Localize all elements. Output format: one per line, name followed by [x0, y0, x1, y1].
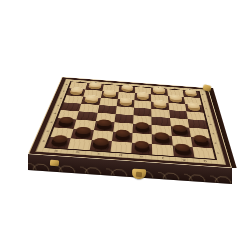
dark-checker	[96, 122, 111, 130]
dark-checker	[50, 138, 68, 147]
product-photo: abcdefgh abcdefgh 87654321 87654321	[0, 0, 250, 250]
square-g1	[172, 145, 194, 157]
board-grid	[47, 82, 215, 159]
dark-checker	[92, 141, 108, 150]
light-checker	[187, 105, 201, 111]
dark-checker	[175, 147, 191, 156]
dark-checker	[57, 120, 73, 128]
square-b1	[68, 138, 92, 150]
light-checker	[103, 92, 116, 98]
light-checker	[170, 97, 183, 103]
square-f1	[152, 144, 173, 156]
checkers-board: abcdefgh abcdefgh 87654321 87654321	[28, 77, 232, 168]
light-checker	[69, 89, 83, 95]
light-checker	[154, 103, 167, 109]
brass-clasp-left	[50, 160, 59, 167]
light-checker	[84, 97, 98, 103]
dark-checker	[74, 130, 90, 138]
dark-checker	[135, 125, 149, 133]
square-c1	[89, 140, 112, 152]
square-e1	[131, 143, 152, 155]
dark-checker	[134, 144, 149, 153]
light-checker	[137, 94, 149, 100]
dark-checker	[115, 133, 130, 141]
light-checker	[119, 100, 132, 106]
dark-checker	[193, 138, 209, 146]
square-d1	[110, 141, 132, 153]
dark-checker	[155, 136, 170, 144]
dark-checker	[173, 128, 188, 136]
square-h1	[192, 147, 215, 159]
